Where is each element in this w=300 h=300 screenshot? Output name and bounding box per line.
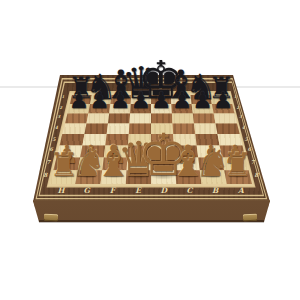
file-label-near-a: A [238, 188, 244, 196]
piece-white-rook: ♜ [223, 149, 252, 182]
rank-label-left-2: 2 [60, 106, 63, 110]
piece-black-pawn: ♟ [89, 89, 109, 112]
piece-black-pawn: ♟ [69, 89, 89, 112]
rank-label-left-3: 3 [57, 115, 60, 119]
piece-black-pawn: ♟ [130, 89, 150, 112]
rank-label-right-2: 2 [236, 106, 239, 110]
rank-label-left-1: 1 [62, 97, 65, 101]
rank-label-left-8: 8 [43, 173, 47, 179]
rank-label-right-1: 1 [234, 97, 237, 101]
rank-label-right-8: 8 [254, 173, 258, 179]
piece-black-pawn: ♟ [213, 89, 233, 112]
piece-black-pawn: ♟ [151, 89, 171, 112]
file-label-near-g: G [84, 188, 90, 196]
file-label-near-h: H [57, 188, 64, 196]
file-label-near-f: F [110, 188, 115, 196]
brass-hinge-left [44, 214, 58, 221]
brass-hinge-right [243, 214, 257, 221]
piece-black-pawn: ♟ [172, 89, 192, 112]
chess-board: HGFEDCBAHGFEDCBA1234567812345678♜♞♝♛♚♝♞♜… [0, 0, 300, 300]
rank-label-left-4: 4 [55, 125, 58, 130]
piece-black-pawn: ♟ [110, 89, 130, 112]
rank-label-right-4: 4 [242, 125, 245, 130]
chess-set-product-photo: HGFEDCBAHGFEDCBA1234567812345678♜♞♝♛♚♝♞♜… [0, 0, 300, 300]
piece-black-pawn: ♟ [192, 89, 212, 112]
file-label-near-b: B [212, 188, 218, 196]
rank-label-right-3: 3 [239, 115, 242, 119]
